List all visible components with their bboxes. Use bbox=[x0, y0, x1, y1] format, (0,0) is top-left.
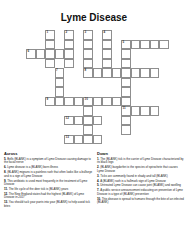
grid-cell[interactable] bbox=[131, 106, 141, 116]
clue-item: 9. This antibiotic is used most frequent… bbox=[4, 180, 93, 187]
grid-cell[interactable] bbox=[64, 49, 74, 59]
grid-cell[interactable] bbox=[102, 49, 112, 59]
grid-cell[interactable]: 4 bbox=[102, 30, 112, 40]
grid-cell[interactable] bbox=[45, 40, 55, 50]
crossword-grid: 12345678910111213 bbox=[26, 30, 169, 145]
grid-cell[interactable] bbox=[55, 49, 65, 59]
grid-cell[interactable] bbox=[45, 59, 55, 69]
grid-cell[interactable]: 9 bbox=[45, 97, 55, 107]
grid-cell[interactable]: 10 bbox=[83, 97, 93, 107]
crossword-page: Lyme Disease 12345678910111213 Across 5.… bbox=[0, 0, 188, 243]
clue-number: 1 bbox=[47, 31, 49, 34]
grid-cell[interactable]: 13 bbox=[64, 135, 74, 145]
grid-cell[interactable] bbox=[83, 135, 93, 145]
grid-cell[interactable]: 11 bbox=[121, 106, 131, 116]
grid-cell[interactable] bbox=[83, 49, 93, 59]
grid-cell[interactable] bbox=[102, 59, 112, 69]
clue-number: 9 bbox=[47, 98, 49, 101]
grid-cell[interactable] bbox=[131, 40, 141, 50]
clue-item: 13. You should tuck your pants into your… bbox=[4, 201, 93, 208]
across-header: Across bbox=[4, 151, 93, 156]
grid-cell[interactable] bbox=[93, 68, 103, 78]
grid-cell[interactable] bbox=[83, 125, 93, 135]
clue-list-down: 1. The (BLANK) tick is the carrier of Ly… bbox=[97, 158, 185, 205]
clue-number: 13 bbox=[66, 136, 69, 139]
grid-cell[interactable] bbox=[93, 135, 103, 145]
clue-number: 6 bbox=[28, 50, 30, 53]
grid-cell[interactable]: 3 bbox=[83, 30, 93, 40]
grid-cell[interactable] bbox=[102, 40, 112, 50]
grid-cell[interactable] bbox=[150, 40, 160, 50]
clue-item: 1. The (BLANK) tick is the carrier of Ly… bbox=[97, 158, 185, 165]
grid-cell[interactable] bbox=[150, 106, 160, 116]
clue-number: 7 bbox=[56, 69, 58, 72]
grid-cell[interactable] bbox=[102, 97, 112, 107]
clue-item: 10. This disease is spread to humans thr… bbox=[97, 198, 185, 205]
grid-cell[interactable] bbox=[93, 97, 103, 107]
clue-number: 11 bbox=[123, 107, 126, 110]
clue-item: 11. The life cycle of the deer tick is (… bbox=[4, 188, 93, 191]
clue-item: 2. (BLANK) burgdorferi is the species of… bbox=[97, 166, 185, 173]
clue-number: 3 bbox=[85, 31, 87, 34]
clue-number: 12 bbox=[66, 117, 69, 120]
clue-number: 8 bbox=[85, 69, 87, 72]
grid-cell[interactable] bbox=[55, 87, 65, 97]
grid-cell[interactable]: 5 bbox=[121, 40, 131, 50]
grid-cell[interactable]: 1 bbox=[45, 30, 55, 40]
grid-cell[interactable] bbox=[36, 49, 46, 59]
grid-cell[interactable] bbox=[55, 78, 65, 88]
clue-number: 4 bbox=[104, 31, 106, 34]
grid-cell[interactable]: 12 bbox=[64, 116, 74, 126]
grid-cell[interactable]: 6 bbox=[26, 49, 36, 59]
grid-cell[interactable] bbox=[121, 125, 131, 135]
grid-cell[interactable] bbox=[140, 68, 150, 78]
down-header: Down bbox=[97, 151, 185, 156]
clue-number: 2 bbox=[66, 31, 68, 34]
clue-list-across: 5. Bells (BLANK) is a symptom of Lyme Di… bbox=[4, 158, 93, 208]
grid-cell[interactable] bbox=[121, 78, 131, 88]
grid-cell[interactable] bbox=[121, 68, 131, 78]
grid-cell[interactable] bbox=[112, 68, 122, 78]
grid-cell[interactable] bbox=[102, 68, 112, 78]
clue-item: 12. The New England states had the highe… bbox=[4, 193, 93, 200]
down-clue-column: Down 1. The (BLANK) tick is the carrier … bbox=[97, 151, 185, 206]
clue-item: 7. A public service announcement educati… bbox=[97, 189, 185, 196]
grid-cell[interactable]: 8 bbox=[83, 68, 93, 78]
grid-cell[interactable] bbox=[121, 49, 131, 59]
grid-cell[interactable] bbox=[140, 40, 150, 50]
grid-cell[interactable] bbox=[83, 116, 93, 126]
puzzle-title: Lyme Disease bbox=[0, 12, 188, 23]
grid-cell[interactable] bbox=[131, 68, 141, 78]
grid-cell[interactable] bbox=[83, 40, 93, 50]
grid-cell[interactable] bbox=[121, 116, 131, 126]
grid-cell[interactable]: 2 bbox=[64, 30, 74, 40]
grid-cell[interactable] bbox=[93, 116, 103, 126]
grid-cell[interactable] bbox=[140, 106, 150, 116]
grid-cell[interactable] bbox=[45, 49, 55, 59]
clue-item: 8. (BLANK) migrans is a painless rash th… bbox=[4, 171, 93, 178]
across-clue-column: Across 5. Bells (BLANK) is a symptom of … bbox=[4, 151, 93, 210]
grid-cell[interactable] bbox=[74, 97, 84, 107]
grid-cell[interactable] bbox=[121, 87, 131, 97]
grid-cell[interactable] bbox=[74, 135, 84, 145]
clue-item: 5. Bells (BLANK) is a symptom of Lyme Di… bbox=[4, 158, 93, 165]
grid-cell[interactable] bbox=[112, 97, 122, 107]
grid-cell[interactable] bbox=[159, 40, 169, 50]
grid-cell[interactable]: 7 bbox=[55, 68, 65, 78]
grid-cell[interactable] bbox=[150, 68, 160, 78]
clue-item: 3. Ticks are commonly found in shady and… bbox=[97, 175, 185, 178]
grid-cell[interactable] bbox=[83, 59, 93, 69]
grid-cell[interactable] bbox=[55, 97, 65, 107]
grid-cell[interactable] bbox=[64, 40, 74, 50]
grid-cell[interactable] bbox=[64, 59, 74, 69]
clue-number: 5 bbox=[123, 41, 125, 44]
grid-cell[interactable] bbox=[121, 59, 131, 69]
clue-number: 10 bbox=[85, 98, 88, 101]
grid-cell[interactable] bbox=[121, 97, 131, 107]
grid-cell[interactable] bbox=[83, 106, 93, 116]
grid-cell[interactable] bbox=[64, 97, 74, 107]
grid-cell[interactable] bbox=[74, 116, 84, 126]
